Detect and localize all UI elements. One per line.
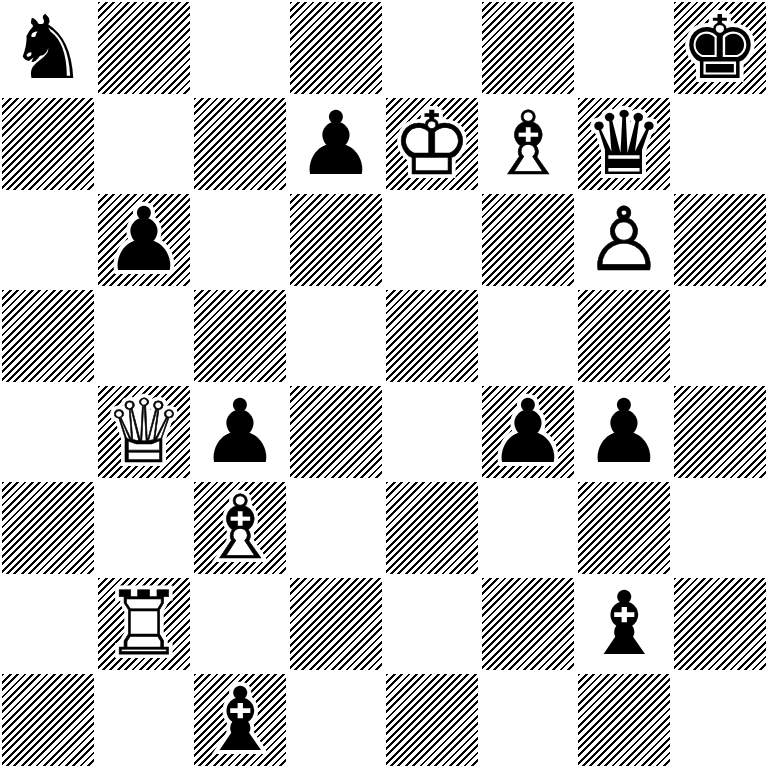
square-f4[interactable]: ♟♟ [480, 384, 576, 480]
square-b6[interactable]: ♟♟ [96, 192, 192, 288]
square-c2[interactable] [192, 576, 288, 672]
square-g6[interactable]: ♟♙ [576, 192, 672, 288]
black-pawn-icon: ♟ [192, 384, 288, 480]
square-g4[interactable]: ♟♟ [576, 384, 672, 480]
square-g7[interactable]: ♛♛ [576, 96, 672, 192]
black-pawn-icon: ♟ [96, 192, 192, 288]
chess-board: ♞♞♚♚♟♟♚♔♝♗♛♛♟♟♟♙♛♕♟♟♟♟♟♟♝♗♜♖♝♝♝♝ [0, 0, 768, 768]
square-c3[interactable]: ♝♗ [192, 480, 288, 576]
square-g8[interactable] [576, 0, 672, 96]
black-knight-icon: ♞ [0, 0, 96, 96]
square-d4[interactable] [288, 384, 384, 480]
square-b7[interactable] [96, 96, 192, 192]
square-e4[interactable] [384, 384, 480, 480]
white-pawn-icon: ♙ [576, 192, 672, 288]
square-c4[interactable]: ♟♟ [192, 384, 288, 480]
piece-black-bishop[interactable]: ♝♝ [192, 672, 288, 768]
square-h5[interactable] [672, 288, 768, 384]
piece-white-bishop[interactable]: ♝♗ [192, 480, 288, 576]
square-b5[interactable] [96, 288, 192, 384]
square-f2[interactable] [480, 576, 576, 672]
piece-black-pawn[interactable]: ♟♟ [192, 384, 288, 480]
black-king-icon: ♚ [672, 0, 768, 96]
square-b4[interactable]: ♛♕ [96, 384, 192, 480]
piece-white-rook[interactable]: ♜♖ [96, 576, 192, 672]
square-d6[interactable] [288, 192, 384, 288]
square-b3[interactable] [96, 480, 192, 576]
square-c8[interactable] [192, 0, 288, 96]
square-f5[interactable] [480, 288, 576, 384]
square-e1[interactable] [384, 672, 480, 768]
square-b8[interactable] [96, 0, 192, 96]
white-bishop-icon: ♗ [480, 96, 576, 192]
square-d5[interactable] [288, 288, 384, 384]
piece-black-king[interactable]: ♚♚ [672, 0, 768, 96]
square-g3[interactable] [576, 480, 672, 576]
square-d3[interactable] [288, 480, 384, 576]
square-e6[interactable] [384, 192, 480, 288]
square-d1[interactable] [288, 672, 384, 768]
square-a2[interactable] [0, 576, 96, 672]
square-a3[interactable] [0, 480, 96, 576]
piece-black-bishop[interactable]: ♝♝ [576, 576, 672, 672]
square-d7[interactable]: ♟♟ [288, 96, 384, 192]
square-f8[interactable] [480, 0, 576, 96]
piece-black-pawn[interactable]: ♟♟ [576, 384, 672, 480]
square-g5[interactable] [576, 288, 672, 384]
square-d2[interactable] [288, 576, 384, 672]
square-b1[interactable] [96, 672, 192, 768]
piece-white-bishop[interactable]: ♝♗ [480, 96, 576, 192]
square-h6[interactable] [672, 192, 768, 288]
square-a5[interactable] [0, 288, 96, 384]
square-a7[interactable] [0, 96, 96, 192]
black-pawn-icon: ♟ [480, 384, 576, 480]
piece-black-pawn[interactable]: ♟♟ [480, 384, 576, 480]
square-g1[interactable] [576, 672, 672, 768]
black-pawn-icon: ♟ [288, 96, 384, 192]
square-c5[interactable] [192, 288, 288, 384]
square-g2[interactable]: ♝♝ [576, 576, 672, 672]
square-h3[interactable] [672, 480, 768, 576]
square-c7[interactable] [192, 96, 288, 192]
square-a8[interactable]: ♞♞ [0, 0, 96, 96]
white-queen-icon: ♕ [96, 384, 192, 480]
square-e5[interactable] [384, 288, 480, 384]
square-c1[interactable]: ♝♝ [192, 672, 288, 768]
square-f3[interactable] [480, 480, 576, 576]
square-f7[interactable]: ♝♗ [480, 96, 576, 192]
piece-black-queen[interactable]: ♛♛ [576, 96, 672, 192]
black-queen-icon: ♛ [576, 96, 672, 192]
square-b2[interactable]: ♜♖ [96, 576, 192, 672]
square-h1[interactable] [672, 672, 768, 768]
square-e3[interactable] [384, 480, 480, 576]
square-e7[interactable]: ♚♔ [384, 96, 480, 192]
white-rook-icon: ♖ [96, 576, 192, 672]
square-h8[interactable]: ♚♚ [672, 0, 768, 96]
piece-white-king[interactable]: ♚♔ [384, 96, 480, 192]
square-e8[interactable] [384, 0, 480, 96]
square-a1[interactable] [0, 672, 96, 768]
square-a6[interactable] [0, 192, 96, 288]
square-d8[interactable] [288, 0, 384, 96]
piece-black-knight[interactable]: ♞♞ [0, 0, 96, 96]
square-f1[interactable] [480, 672, 576, 768]
square-e2[interactable] [384, 576, 480, 672]
piece-white-queen[interactable]: ♛♕ [96, 384, 192, 480]
piece-black-pawn[interactable]: ♟♟ [96, 192, 192, 288]
piece-black-pawn[interactable]: ♟♟ [288, 96, 384, 192]
black-pawn-icon: ♟ [576, 384, 672, 480]
square-h7[interactable] [672, 96, 768, 192]
square-c6[interactable] [192, 192, 288, 288]
square-h4[interactable] [672, 384, 768, 480]
black-bishop-icon: ♝ [192, 672, 288, 768]
square-f6[interactable] [480, 192, 576, 288]
white-king-icon: ♔ [384, 96, 480, 192]
piece-white-pawn[interactable]: ♟♙ [576, 192, 672, 288]
square-h2[interactable] [672, 576, 768, 672]
black-bishop-icon: ♝ [576, 576, 672, 672]
white-bishop-icon: ♗ [192, 480, 288, 576]
square-a4[interactable] [0, 384, 96, 480]
